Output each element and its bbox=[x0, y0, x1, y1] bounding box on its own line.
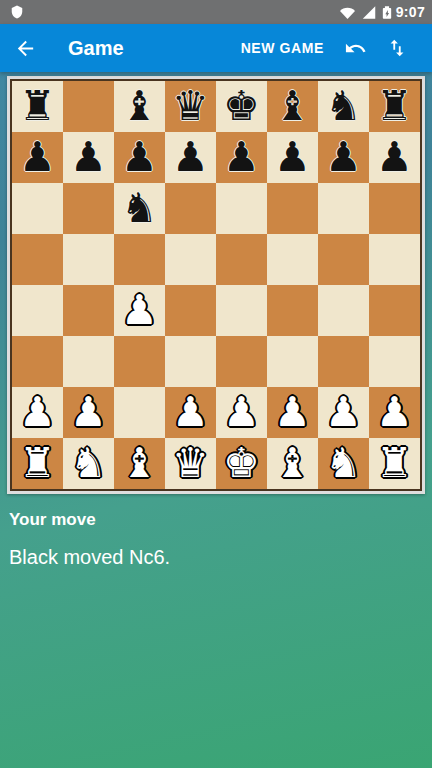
square-g7[interactable]: ♟ bbox=[318, 132, 369, 183]
square-f2[interactable]: ♟ bbox=[267, 387, 318, 438]
piece-white-pawn: ♟ bbox=[172, 387, 209, 438]
square-d7[interactable]: ♟ bbox=[165, 132, 216, 183]
square-c7[interactable]: ♟ bbox=[114, 132, 165, 183]
square-a6[interactable] bbox=[12, 183, 63, 234]
square-b8[interactable] bbox=[63, 81, 114, 132]
square-c4[interactable]: ♟ bbox=[114, 285, 165, 336]
square-h4[interactable] bbox=[369, 285, 420, 336]
chess-board: ♜♝♛♚♝♞♜♟♟♟♟♟♟♟♟♞♟♟♟♟♟♟♟♟♜♞♝♛♚♝♞♜ bbox=[10, 79, 422, 491]
square-h7[interactable]: ♟ bbox=[369, 132, 420, 183]
swap-vertical-icon bbox=[386, 37, 408, 59]
square-f7[interactable]: ♟ bbox=[267, 132, 318, 183]
piece-white-pawn: ♟ bbox=[19, 387, 56, 438]
square-d1[interactable]: ♛ bbox=[165, 438, 216, 489]
square-f8[interactable]: ♝ bbox=[267, 81, 318, 132]
piece-white-pawn: ♟ bbox=[70, 387, 107, 438]
piece-white-rook: ♜ bbox=[376, 438, 413, 489]
square-g1[interactable]: ♞ bbox=[318, 438, 369, 489]
piece-white-bishop: ♝ bbox=[121, 438, 158, 489]
piece-black-rook: ♜ bbox=[19, 81, 56, 132]
square-e8[interactable]: ♚ bbox=[216, 81, 267, 132]
square-g2[interactable]: ♟ bbox=[318, 387, 369, 438]
piece-white-knight: ♞ bbox=[70, 438, 107, 489]
move-status-title: Your move bbox=[9, 510, 423, 530]
square-c5[interactable] bbox=[114, 234, 165, 285]
piece-white-bishop: ♝ bbox=[274, 438, 311, 489]
piece-black-pawn: ♟ bbox=[121, 132, 158, 183]
square-e7[interactable]: ♟ bbox=[216, 132, 267, 183]
square-e6[interactable] bbox=[216, 183, 267, 234]
square-b1[interactable]: ♞ bbox=[63, 438, 114, 489]
piece-white-pawn: ♟ bbox=[376, 387, 413, 438]
square-b5[interactable] bbox=[63, 234, 114, 285]
piece-white-pawn: ♟ bbox=[121, 285, 158, 336]
back-button[interactable] bbox=[14, 28, 54, 68]
board-frame: ♜♝♛♚♝♞♜♟♟♟♟♟♟♟♟♞♟♟♟♟♟♟♟♟♜♞♝♛♚♝♞♜ bbox=[7, 76, 425, 494]
piece-white-knight: ♞ bbox=[325, 438, 362, 489]
square-h6[interactable] bbox=[369, 183, 420, 234]
square-f5[interactable] bbox=[267, 234, 318, 285]
piece-white-king: ♚ bbox=[223, 438, 260, 489]
piece-black-pawn: ♟ bbox=[172, 132, 209, 183]
square-a2[interactable]: ♟ bbox=[12, 387, 63, 438]
piece-black-bishop: ♝ bbox=[274, 81, 311, 132]
piece-black-king: ♚ bbox=[223, 81, 260, 132]
piece-black-knight: ♞ bbox=[325, 81, 362, 132]
square-b2[interactable]: ♟ bbox=[63, 387, 114, 438]
square-c6[interactable]: ♞ bbox=[114, 183, 165, 234]
square-e1[interactable]: ♚ bbox=[216, 438, 267, 489]
battery-charging-icon bbox=[382, 4, 392, 21]
square-f6[interactable] bbox=[267, 183, 318, 234]
page-title: Game bbox=[68, 37, 231, 60]
piece-black-pawn: ♟ bbox=[70, 132, 107, 183]
square-b7[interactable]: ♟ bbox=[63, 132, 114, 183]
square-d5[interactable] bbox=[165, 234, 216, 285]
undo-button[interactable] bbox=[334, 28, 376, 68]
square-d4[interactable] bbox=[165, 285, 216, 336]
shield-icon bbox=[10, 4, 24, 20]
piece-white-queen: ♛ bbox=[172, 438, 209, 489]
app-bar: Game NEW GAME bbox=[0, 24, 432, 72]
square-d6[interactable] bbox=[165, 183, 216, 234]
square-a3[interactable] bbox=[12, 336, 63, 387]
square-h1[interactable]: ♜ bbox=[369, 438, 420, 489]
square-g6[interactable] bbox=[318, 183, 369, 234]
square-c8[interactable]: ♝ bbox=[114, 81, 165, 132]
square-b3[interactable] bbox=[63, 336, 114, 387]
piece-white-pawn: ♟ bbox=[325, 387, 362, 438]
square-a1[interactable]: ♜ bbox=[12, 438, 63, 489]
square-f4[interactable] bbox=[267, 285, 318, 336]
status-bar: 9:07 bbox=[0, 0, 432, 24]
square-g3[interactable] bbox=[318, 336, 369, 387]
status-time: 9:07 bbox=[396, 4, 425, 20]
square-e3[interactable] bbox=[216, 336, 267, 387]
square-a4[interactable] bbox=[12, 285, 63, 336]
square-h3[interactable] bbox=[369, 336, 420, 387]
piece-black-queen: ♛ bbox=[172, 81, 209, 132]
square-e4[interactable] bbox=[216, 285, 267, 336]
square-a5[interactable] bbox=[12, 234, 63, 285]
piece-black-pawn: ♟ bbox=[325, 132, 362, 183]
square-d3[interactable] bbox=[165, 336, 216, 387]
piece-black-pawn: ♟ bbox=[223, 132, 260, 183]
square-f1[interactable]: ♝ bbox=[267, 438, 318, 489]
square-e5[interactable] bbox=[216, 234, 267, 285]
move-status-panel: Your move Black moved Nc6. bbox=[0, 494, 432, 569]
square-b6[interactable] bbox=[63, 183, 114, 234]
square-c1[interactable]: ♝ bbox=[114, 438, 165, 489]
square-h5[interactable] bbox=[369, 234, 420, 285]
square-f3[interactable] bbox=[267, 336, 318, 387]
square-g5[interactable] bbox=[318, 234, 369, 285]
square-a8[interactable]: ♜ bbox=[12, 81, 63, 132]
square-d2[interactable]: ♟ bbox=[165, 387, 216, 438]
square-h2[interactable]: ♟ bbox=[369, 387, 420, 438]
piece-black-rook: ♜ bbox=[376, 81, 413, 132]
square-b4[interactable] bbox=[63, 285, 114, 336]
square-c3[interactable] bbox=[114, 336, 165, 387]
square-g8[interactable]: ♞ bbox=[318, 81, 369, 132]
piece-black-bishop: ♝ bbox=[121, 81, 158, 132]
last-move-text: Black moved Nc6. bbox=[9, 546, 423, 569]
wifi-icon bbox=[339, 5, 356, 20]
piece-white-pawn: ♟ bbox=[223, 387, 260, 438]
new-game-button[interactable]: NEW GAME bbox=[231, 32, 334, 64]
cell-signal-icon bbox=[361, 5, 377, 20]
undo-icon bbox=[344, 37, 367, 60]
square-a7[interactable]: ♟ bbox=[12, 132, 63, 183]
square-d8[interactable]: ♛ bbox=[165, 81, 216, 132]
square-e2[interactable]: ♟ bbox=[216, 387, 267, 438]
piece-black-pawn: ♟ bbox=[274, 132, 311, 183]
square-h8[interactable]: ♜ bbox=[369, 81, 420, 132]
square-g4[interactable] bbox=[318, 285, 369, 336]
piece-black-pawn: ♟ bbox=[19, 132, 56, 183]
square-c2[interactable] bbox=[114, 387, 165, 438]
flip-board-button[interactable] bbox=[376, 28, 418, 68]
back-arrow-icon bbox=[14, 37, 37, 60]
piece-white-rook: ♜ bbox=[19, 438, 56, 489]
piece-white-pawn: ♟ bbox=[274, 387, 311, 438]
piece-black-knight: ♞ bbox=[121, 183, 158, 234]
piece-black-pawn: ♟ bbox=[376, 132, 413, 183]
